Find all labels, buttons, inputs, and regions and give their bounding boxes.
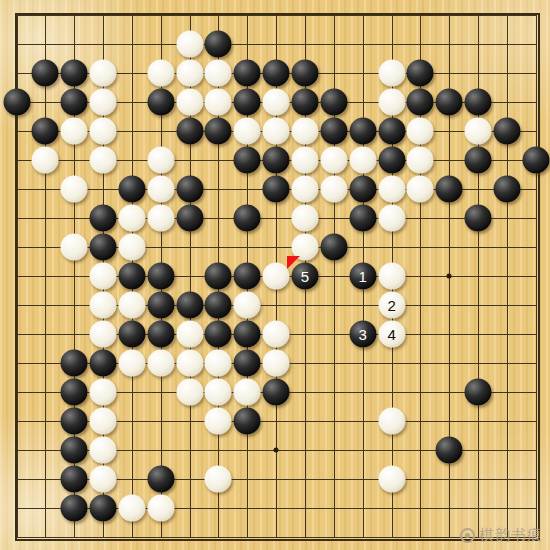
stone-white [118, 495, 145, 522]
stone-black [465, 89, 492, 116]
stone-black [205, 31, 232, 58]
stone-black [147, 466, 174, 493]
stone-black [522, 147, 549, 174]
stone-black [349, 205, 376, 232]
stone-white [205, 89, 232, 116]
stone-black [465, 147, 492, 174]
stone-black [234, 321, 261, 348]
stone-black [378, 147, 405, 174]
stone-black [118, 321, 145, 348]
stone-black [205, 321, 232, 348]
stone-white [90, 60, 117, 87]
stone-black [176, 176, 203, 203]
stone-white [378, 408, 405, 435]
stone-black-move-1: 1 [349, 263, 376, 290]
stone-white [263, 321, 290, 348]
stone-black [118, 176, 145, 203]
stone-black [234, 263, 261, 290]
stone-white [147, 176, 174, 203]
stone-black [465, 379, 492, 406]
stone-white [205, 408, 232, 435]
grid-line-vertical [507, 15, 508, 537]
stone-white [61, 176, 88, 203]
stone-white [349, 147, 376, 174]
stone-black [493, 118, 520, 145]
stone-white [90, 466, 117, 493]
stone-white [205, 379, 232, 406]
stone-black [147, 89, 174, 116]
stone-white [465, 118, 492, 145]
go-board: 51234 [0, 0, 550, 550]
stone-black [378, 118, 405, 145]
stone-white [90, 408, 117, 435]
stone-white [205, 350, 232, 377]
stone-white [90, 437, 117, 464]
stone-black [493, 176, 520, 203]
stone-black [118, 263, 145, 290]
stone-white [118, 292, 145, 319]
stone-black [147, 263, 174, 290]
stone-white [320, 176, 347, 203]
stone-white [61, 118, 88, 145]
stone-white [176, 89, 203, 116]
stone-white [407, 147, 434, 174]
stone-white [176, 379, 203, 406]
stone-white [205, 466, 232, 493]
stone-white [147, 147, 174, 174]
stone-white [118, 350, 145, 377]
stone-black-move-3: 3 [349, 321, 376, 348]
stone-white [147, 350, 174, 377]
stone-black [90, 205, 117, 232]
stone-black [407, 89, 434, 116]
stone-black [32, 60, 59, 87]
stone-black [90, 495, 117, 522]
stone-black [61, 408, 88, 435]
grid-line-vertical [536, 15, 537, 537]
stone-black [436, 89, 463, 116]
stone-black [61, 350, 88, 377]
stone-white [147, 60, 174, 87]
stone-white [90, 118, 117, 145]
stone-white [147, 205, 174, 232]
stone-white-move-4: 4 [378, 321, 405, 348]
stone-black [320, 89, 347, 116]
stone-black [90, 350, 117, 377]
stone-black [436, 437, 463, 464]
stone-white [32, 147, 59, 174]
stone-black [176, 118, 203, 145]
stone-white [378, 60, 405, 87]
stone-black [234, 147, 261, 174]
stone-black [61, 466, 88, 493]
stone-black [176, 292, 203, 319]
stone-white [378, 205, 405, 232]
stone-black [436, 176, 463, 203]
stone-black [234, 89, 261, 116]
stone-white [234, 118, 261, 145]
stone-black [263, 379, 290, 406]
stone-black [234, 408, 261, 435]
star-point [447, 274, 452, 279]
stone-white [378, 263, 405, 290]
stone-black [349, 118, 376, 145]
stone-black [263, 176, 290, 203]
stone-white [61, 234, 88, 261]
stone-black [147, 292, 174, 319]
stone-white [90, 263, 117, 290]
stone-white [407, 118, 434, 145]
stone-black [176, 205, 203, 232]
stone-white [234, 292, 261, 319]
stone-white [292, 147, 319, 174]
stone-black [407, 60, 434, 87]
stone-white [176, 60, 203, 87]
stone-white [292, 176, 319, 203]
stone-black [234, 205, 261, 232]
stone-white [263, 350, 290, 377]
stone-black [90, 234, 117, 261]
stone-black [234, 60, 261, 87]
stone-white [234, 379, 261, 406]
red-triangle-marker [287, 256, 300, 269]
stone-black [3, 89, 30, 116]
stone-white [118, 205, 145, 232]
stone-white [320, 147, 347, 174]
stone-white [90, 292, 117, 319]
stone-black [61, 379, 88, 406]
stone-white [378, 466, 405, 493]
stone-white [90, 89, 117, 116]
stone-black [465, 205, 492, 232]
stone-black [61, 437, 88, 464]
stone-white [407, 176, 434, 203]
stone-white-move-2: 2 [378, 292, 405, 319]
stone-black [292, 89, 319, 116]
stone-black [205, 263, 232, 290]
stone-black [292, 60, 319, 87]
stone-black [320, 234, 347, 261]
stone-white [263, 118, 290, 145]
stone-white [90, 379, 117, 406]
stone-black [263, 147, 290, 174]
watermark-text: 棋韵书痕 [479, 526, 543, 545]
stone-black [147, 321, 174, 348]
stone-white [378, 89, 405, 116]
star-point [274, 448, 279, 453]
stone-black [61, 495, 88, 522]
stone-black [205, 118, 232, 145]
stone-white [176, 350, 203, 377]
stone-white [263, 89, 290, 116]
stone-white [205, 60, 232, 87]
stone-black [349, 176, 376, 203]
stone-white [176, 31, 203, 58]
watermark: 棋韵书痕 [460, 526, 543, 545]
stone-black [263, 60, 290, 87]
stone-black [32, 118, 59, 145]
stone-black [61, 60, 88, 87]
stone-white [90, 321, 117, 348]
stone-white [147, 495, 174, 522]
stone-black [320, 118, 347, 145]
stone-white [176, 321, 203, 348]
stone-black [61, 89, 88, 116]
stone-white [118, 234, 145, 261]
stone-white [292, 118, 319, 145]
stone-black [234, 350, 261, 377]
stone-white [292, 205, 319, 232]
stone-black [205, 292, 232, 319]
stone-white [378, 176, 405, 203]
stone-white [90, 147, 117, 174]
watermark-logo-icon [460, 528, 475, 543]
grid-line-horizontal [17, 537, 536, 538]
